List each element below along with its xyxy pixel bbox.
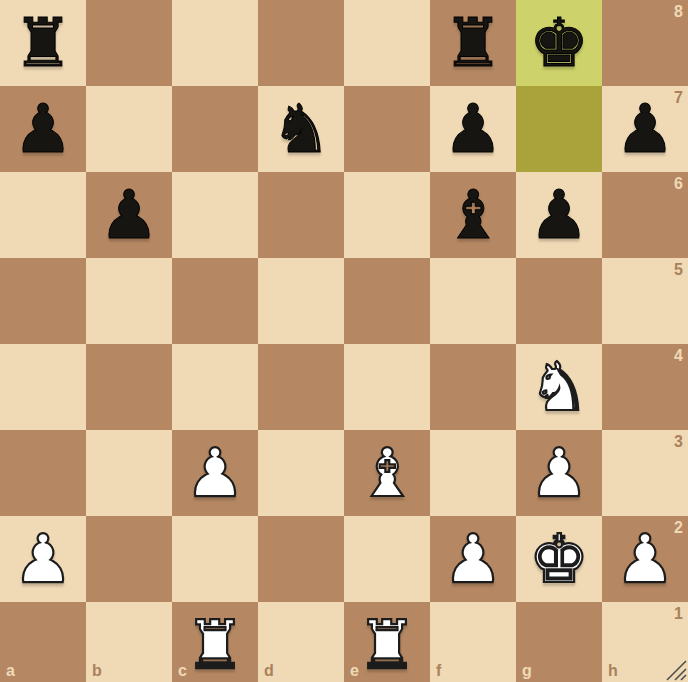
file-label-h: h (608, 663, 618, 679)
square-h5[interactable]: 5 (602, 258, 688, 344)
square-e8[interactable] (344, 0, 430, 86)
square-e1[interactable]: ♜e (344, 602, 430, 682)
square-f2[interactable]: ♟ (430, 516, 516, 602)
file-label-b: b (92, 663, 102, 679)
board-resize-handle[interactable] (665, 659, 687, 681)
square-b4[interactable] (86, 344, 172, 430)
square-f4[interactable] (430, 344, 516, 430)
square-a7[interactable]: ♟ (0, 86, 86, 172)
square-c5[interactable] (172, 258, 258, 344)
square-d1[interactable]: d (258, 602, 344, 682)
white-pawn[interactable]: ♟ (185, 430, 245, 516)
file-label-a: a (6, 663, 15, 679)
square-f3[interactable] (430, 430, 516, 516)
square-h6[interactable]: 6 (602, 172, 688, 258)
rank-label-7: 7 (674, 90, 683, 106)
square-g6[interactable]: ♟ (516, 172, 602, 258)
square-b6[interactable]: ♟ (86, 172, 172, 258)
square-f8[interactable]: ♜ (430, 0, 516, 86)
rank-label-8: 8 (674, 4, 683, 20)
square-h8[interactable]: 8 (602, 0, 688, 86)
file-label-d: d (264, 663, 274, 679)
rank-label-2: 2 (674, 520, 683, 536)
rank-label-6: 6 (674, 176, 683, 192)
square-d4[interactable] (258, 344, 344, 430)
square-a3[interactable] (0, 430, 86, 516)
square-h3[interactable]: 3 (602, 430, 688, 516)
white-knight[interactable]: ♞ (529, 344, 589, 430)
square-c6[interactable] (172, 172, 258, 258)
white-pawn[interactable]: ♟ (13, 516, 73, 602)
square-c2[interactable] (172, 516, 258, 602)
square-a5[interactable] (0, 258, 86, 344)
white-rook[interactable]: ♜ (357, 602, 417, 682)
square-a1[interactable]: a (0, 602, 86, 682)
white-pawn[interactable]: ♟ (529, 430, 589, 516)
square-f7[interactable]: ♟ (430, 86, 516, 172)
square-a2[interactable]: ♟ (0, 516, 86, 602)
square-g7[interactable] (516, 86, 602, 172)
square-b5[interactable] (86, 258, 172, 344)
file-label-f: f (436, 663, 441, 679)
square-e2[interactable] (344, 516, 430, 602)
square-g1[interactable]: g (516, 602, 602, 682)
square-h4[interactable]: 4 (602, 344, 688, 430)
rank-label-1: 1 (674, 606, 683, 622)
square-g4[interactable]: ♞ (516, 344, 602, 430)
square-d6[interactable] (258, 172, 344, 258)
black-rook[interactable]: ♜ (13, 0, 73, 86)
chess-board: ♜♜♚8♟♞♟♟7♟♝♟65♞4♟♝♟3♟♟♚♟2ab♜cd♜efg1h (0, 0, 688, 682)
square-c4[interactable] (172, 344, 258, 430)
square-e5[interactable] (344, 258, 430, 344)
square-g8[interactable]: ♚ (516, 0, 602, 86)
square-h2[interactable]: ♟2 (602, 516, 688, 602)
square-d2[interactable] (258, 516, 344, 602)
white-bishop[interactable]: ♝ (357, 430, 417, 516)
square-f1[interactable]: f (430, 602, 516, 682)
white-king[interactable]: ♚ (529, 516, 589, 602)
square-f5[interactable] (430, 258, 516, 344)
square-b3[interactable] (86, 430, 172, 516)
white-pawn[interactable]: ♟ (443, 516, 503, 602)
square-c7[interactable] (172, 86, 258, 172)
black-pawn[interactable]: ♟ (443, 86, 503, 172)
square-e7[interactable] (344, 86, 430, 172)
square-d3[interactable] (258, 430, 344, 516)
square-e3[interactable]: ♝ (344, 430, 430, 516)
black-king[interactable]: ♚ (529, 0, 589, 86)
rank-label-3: 3 (674, 434, 683, 450)
square-f6[interactable]: ♝ (430, 172, 516, 258)
square-e4[interactable] (344, 344, 430, 430)
square-g3[interactable]: ♟ (516, 430, 602, 516)
square-c8[interactable] (172, 0, 258, 86)
square-g2[interactable]: ♚ (516, 516, 602, 602)
square-d8[interactable] (258, 0, 344, 86)
rank-label-4: 4 (674, 348, 683, 364)
square-a4[interactable] (0, 344, 86, 430)
rank-label-5: 5 (674, 262, 683, 278)
black-knight[interactable]: ♞ (271, 86, 331, 172)
file-label-g: g (522, 663, 532, 679)
square-g5[interactable] (516, 258, 602, 344)
square-b2[interactable] (86, 516, 172, 602)
black-pawn[interactable]: ♟ (99, 172, 159, 258)
black-pawn[interactable]: ♟ (13, 86, 73, 172)
square-a6[interactable] (0, 172, 86, 258)
square-d5[interactable] (258, 258, 344, 344)
white-rook[interactable]: ♜ (185, 602, 245, 682)
square-e6[interactable] (344, 172, 430, 258)
square-b8[interactable] (86, 0, 172, 86)
black-pawn[interactable]: ♟ (529, 172, 589, 258)
white-pawn[interactable]: ♟ (615, 516, 675, 602)
square-h7[interactable]: ♟7 (602, 86, 688, 172)
square-a8[interactable]: ♜ (0, 0, 86, 86)
square-c3[interactable]: ♟ (172, 430, 258, 516)
square-b1[interactable]: b (86, 602, 172, 682)
diagonal-resize-icon (667, 661, 686, 680)
square-c1[interactable]: ♜c (172, 602, 258, 682)
black-bishop[interactable]: ♝ (443, 172, 503, 258)
square-d7[interactable]: ♞ (258, 86, 344, 172)
black-rook[interactable]: ♜ (443, 0, 503, 86)
square-b7[interactable] (86, 86, 172, 172)
black-pawn[interactable]: ♟ (615, 86, 675, 172)
